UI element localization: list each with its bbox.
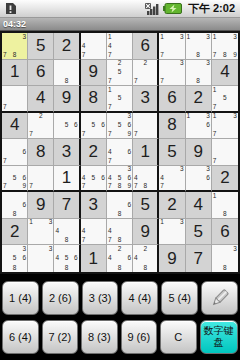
pencil-marks: 3568 [2, 245, 27, 272]
pencil-mark: 3 [127, 113, 131, 120]
pencil-mark: 1 [213, 34, 217, 41]
cell-value: 3 [133, 86, 157, 111]
pencil-mark: 7 [160, 52, 164, 59]
key-3[interactable]: 3 (3) [82, 281, 119, 315]
key-8[interactable]: 8 (3) [81, 320, 118, 354]
pencil-marks: 157 [107, 86, 132, 111]
pencil-marks: 35679 [107, 113, 132, 139]
pencil-mark: 6 [74, 122, 78, 129]
cell-r3c5[interactable]: 157 [107, 86, 133, 113]
cell-value: 7 [54, 192, 78, 218]
cell-r1c1[interactable]: 378 [2, 33, 28, 60]
cell-r8c7[interactable]: 13 [159, 219, 185, 246]
pencil-marks: 378 [2, 33, 27, 59]
cell-value: 6 [133, 33, 157, 59]
cell-value: 5 [186, 219, 211, 245]
pencil-mark: 8 [223, 211, 227, 218]
pencil-mark: 3 [233, 113, 237, 120]
pencil-mark: 7 [3, 183, 7, 190]
pencil-mode-button[interactable] [201, 281, 238, 315]
cell-r1c7[interactable]: 137 [159, 33, 185, 60]
key-4[interactable]: 4 (4) [121, 281, 158, 315]
pencil-mark: 8 [118, 265, 122, 272]
cell-r4c4[interactable]: 567 [81, 113, 107, 140]
cell-r2c6[interactable]: 27 [133, 60, 159, 87]
cell-r1c9[interactable]: 13789 [212, 33, 238, 60]
cell-r1c5[interactable]: 147 [107, 33, 133, 60]
key-5[interactable]: 5 (4) [161, 281, 198, 315]
pencil-mark: 5 [13, 175, 17, 182]
cell-r5c4[interactable]: 2 [81, 139, 107, 166]
pencil-mark: 5 [65, 122, 69, 129]
pencil-marks: 4567 [81, 166, 106, 191]
cell-value: 2 [2, 219, 27, 245]
cell-r7c2[interactable]: 9 [28, 192, 54, 219]
cell-value: 1 [133, 139, 157, 165]
key-2[interactable]: 2 (6) [42, 281, 79, 315]
pencil-mark: 6 [23, 149, 27, 156]
cell-r3c7[interactable]: 6 [159, 86, 185, 113]
pencil-mark: 7 [82, 52, 86, 59]
cell-r2c8[interactable]: 38 [186, 60, 212, 87]
cell-value: 1 [2, 60, 27, 86]
pencil-mark: 8 [13, 265, 17, 272]
pencil-mark: 7 [213, 158, 217, 165]
pencil-marks: 7 [28, 166, 53, 191]
pencil-mark: 3 [180, 34, 184, 41]
pencil-mark: 5 [91, 122, 95, 129]
pencil-marks: 347 [159, 166, 184, 191]
pencil-marks: 7 [2, 86, 27, 111]
pencil-mark: 1 [187, 34, 191, 41]
pencil-mark: 7 [213, 104, 217, 111]
pencil-mark: 5 [13, 255, 17, 262]
cell-r6c5[interactable]: 3456789 [107, 166, 133, 193]
cell-r6c8[interactable]: 36 [186, 166, 212, 193]
pencil-mark: 9 [23, 183, 27, 190]
pencil-icon [209, 287, 231, 309]
cell-r8c6[interactable]: 9 [133, 219, 159, 246]
pencil-mark: 1 [213, 87, 217, 94]
cell-value: 5 [28, 33, 53, 59]
key-6[interactable]: 6 (4) [2, 320, 39, 354]
pencil-marks: 36 [186, 166, 211, 191]
pencil-mark: 4 [55, 228, 59, 235]
pencil-mark: 8 [223, 52, 227, 59]
pencil-mark: 6 [101, 175, 105, 182]
pencil-marks: 136 [186, 113, 211, 139]
cell-r8c1[interactable]: 2 [2, 219, 28, 246]
cell-value: 6 [159, 86, 184, 111]
pencil-mark: 1 [108, 34, 112, 41]
cell-r1c2[interactable]: 5 [28, 33, 54, 60]
cell-r2c2[interactable]: 6 [28, 60, 54, 87]
cell-r5c6[interactable]: 1 [133, 139, 159, 166]
pencil-mark: 2 [118, 246, 122, 253]
cell-r8c8[interactable]: 5 [186, 219, 212, 246]
cell-r4c5[interactable]: 35679 [107, 113, 133, 140]
key-7[interactable]: 7 (2) [42, 320, 79, 354]
pencil-mark: 7 [29, 131, 33, 138]
pencil-mark: 7 [3, 52, 7, 59]
pencil-mark: 6 [23, 175, 27, 182]
cell-r6c7[interactable]: 347 [159, 166, 185, 193]
cell-r4c7[interactable]: 8 [159, 113, 185, 140]
pencil-mark: 2 [39, 113, 43, 120]
cell-r5c7[interactable]: 5 [159, 139, 185, 166]
cell-r4c3[interactable]: 56 [54, 113, 80, 140]
pencil-mark: 3 [49, 219, 53, 226]
cell-r3c2[interactable]: 4 [28, 86, 54, 113]
cell-value: 2 [81, 139, 106, 165]
cell-value: 5 [133, 192, 157, 218]
cell-value: 9 [186, 139, 211, 165]
keypad-row-2: 6 (4) 7 (2) 8 (3) 9 (6) C 数字键盘 [2, 320, 238, 354]
elapsed-timer: 04:32 [0, 19, 26, 29]
pencil-marks: 137 [212, 113, 238, 139]
cell-r1c3[interactable]: 2 [54, 33, 80, 60]
pencil-mark: 8 [196, 78, 200, 85]
pencil-mark: 7 [160, 78, 164, 85]
cell-r3c4[interactable]: 8 [81, 86, 107, 113]
cell-value: 9 [133, 219, 157, 245]
pencil-mark: 3 [206, 166, 210, 173]
cell-r3c6[interactable]: 3 [133, 86, 159, 113]
cell-r9c1[interactable]: 3568 [2, 245, 28, 272]
number-keypad: 1 (4) 2 (6) 3 (3) 4 (4) 5 (4) 6 (4) 7 (2… [0, 274, 240, 354]
pencil-marks: 8 [54, 60, 78, 86]
cell-value: 2 [186, 86, 211, 111]
pencil-marks: 67 [2, 139, 27, 165]
pencil-mark: 8 [65, 78, 69, 85]
cell-r9c4[interactable]: 1 [81, 245, 107, 272]
pencil-mark: 7 [108, 183, 112, 190]
cell-r5c9[interactable]: 7 [212, 139, 238, 166]
pencil-mark: 9 [127, 131, 131, 138]
pencil-marks: 68 [107, 192, 132, 218]
cell-value: 6 [212, 219, 238, 245]
pencil-mark: 5 [118, 69, 122, 76]
pencil-mark: 6 [127, 255, 131, 262]
cell-r8c9[interactable]: 6 [212, 219, 238, 246]
status-clock: 下午 2:02 [188, 1, 235, 16]
pencil-mark: 7 [108, 158, 112, 165]
cell-value: 2 [54, 33, 78, 59]
pencil-mark: 7 [134, 78, 138, 85]
cell-value: 9 [28, 192, 53, 218]
battery-charging-icon [163, 3, 182, 14]
key-9[interactable]: 9 (6) [121, 320, 158, 354]
cell-r2c4[interactable]: 9 [81, 60, 107, 87]
pencil-mark: 8 [13, 52, 17, 59]
pencil-marks: 13 [28, 219, 53, 245]
cell-r9c3[interactable]: 4568 [54, 245, 80, 272]
pencil-mark: 6 [206, 175, 210, 182]
pencil-mark: 7 [160, 183, 164, 190]
cell-r4c9[interactable]: 137 [212, 113, 238, 140]
pencil-mark: 7 [3, 104, 7, 111]
cell-value: 9 [54, 86, 78, 111]
pencil-mark: 6 [127, 122, 131, 129]
pencil-mark: 8 [13, 211, 17, 218]
pencil-mark: 7 [108, 237, 112, 244]
cell-r8c5[interactable]: 478 [107, 219, 133, 246]
cell-value: 7 [186, 245, 211, 272]
cell-value: 2 [212, 166, 238, 191]
pencil-mark: 6 [74, 255, 78, 262]
pencil-mark: 4 [82, 43, 86, 50]
cell-value: 4 [212, 60, 238, 86]
pencil-mark: 4 [134, 175, 138, 182]
game-timer-bar: 04:32 [0, 18, 240, 31]
pencil-mark: 7 [108, 131, 112, 138]
pencil-marks: 68 [2, 192, 27, 218]
pencil-mark: 4 [108, 228, 112, 235]
cell-value: 2 [159, 192, 184, 218]
cell-r6c3[interactable]: 1 [54, 166, 80, 193]
cell-r6c1[interactable]: 5679 [2, 166, 28, 193]
cell-r5c1[interactable]: 67 [2, 139, 28, 166]
cell-r6c2[interactable]: 7 [28, 166, 54, 193]
cell-r5c2[interactable]: 8 [28, 139, 54, 166]
cell-r7c6[interactable]: 5 [133, 192, 159, 219]
cell-r9c6[interactable]: 248 [133, 245, 159, 272]
pencil-marks: 157 [212, 86, 238, 111]
cell-r2c1[interactable]: 1 [2, 60, 28, 87]
cell-r3c9[interactable]: 157 [212, 86, 238, 113]
cell-value: 5 [159, 139, 184, 165]
pencil-mark: 1 [213, 113, 217, 120]
pencil-mark: 1 [160, 219, 164, 226]
pencil-marks: 38 [186, 60, 211, 86]
cell-r1c4[interactable]: 47 [81, 33, 107, 60]
pencil-mark: 4 [160, 175, 164, 182]
pencil-mark: 4 [82, 228, 86, 235]
cell-r7c7[interactable]: 2 [159, 192, 185, 219]
cell-r6c9[interactable]: 2 [212, 166, 238, 193]
pencil-mark: 8 [65, 265, 69, 272]
cell-r2c3[interactable]: 8 [54, 60, 80, 87]
cell-r7c1[interactable]: 68 [2, 192, 28, 219]
pencil-mark: 8 [118, 237, 122, 244]
cell-value: 8 [159, 113, 184, 139]
key-clear[interactable]: C [160, 320, 197, 354]
pencil-mark: 3 [127, 166, 131, 173]
pencil-mark: 7 [213, 52, 217, 59]
pencil-mark: 5 [118, 95, 122, 102]
pencil-marks: 4568 [54, 245, 78, 272]
cell-r7c8[interactable]: 4 [186, 192, 212, 219]
pencil-mark: 3 [23, 34, 27, 41]
pencil-marks: 7 [133, 113, 157, 139]
cell-r1c6[interactable]: 6 [133, 33, 159, 60]
pencil-mark: 1 [108, 87, 112, 94]
cell-value: 4 [2, 113, 27, 139]
pencil-mark: 7 [82, 131, 86, 138]
pencil-marks: 138 [186, 33, 211, 59]
pencil-mark: 4 [134, 255, 138, 262]
pencil-mark: 8 [65, 237, 69, 244]
cell-r9c8[interactable]: 7 [186, 245, 212, 272]
pencil-mark: 7 [82, 237, 86, 244]
pencil-marks: 478 [107, 219, 132, 245]
pencil-mark: 2 [143, 246, 147, 253]
pencil-mark: 1 [29, 219, 33, 226]
cell-value: 4 [28, 86, 53, 111]
pencil-mark: 3 [23, 246, 27, 253]
pencil-marks: 3 [28, 245, 53, 272]
cell-r9c2[interactable]: 3 [28, 245, 54, 272]
pencil-mark: 1 [160, 34, 164, 41]
pencil-mark: 3 [49, 246, 53, 253]
pencil-mark: 4 [108, 175, 112, 182]
pencil-mark: 5 [118, 175, 122, 182]
pencil-marks: 478 [133, 166, 157, 191]
pencil-mark: 7 [134, 183, 138, 190]
pencil-marks: 48 [54, 219, 78, 245]
pencil-marks: 137 [159, 33, 184, 59]
cell-value: 9 [81, 60, 106, 86]
cell-value: 8 [81, 86, 106, 111]
cell-value: 8 [28, 139, 53, 165]
pencil-mark: 8 [143, 265, 147, 272]
cell-r9c9[interactable]: 38 [212, 245, 238, 272]
cell-r5c3[interactable]: 3 [54, 139, 80, 166]
pencil-mark: 7 [213, 131, 217, 138]
cell-r3c3[interactable]: 9 [54, 86, 80, 113]
cell-r4c8[interactable]: 136 [186, 113, 212, 140]
cell-r1c8[interactable]: 138 [186, 33, 212, 60]
cell-r8c2[interactable]: 13 [28, 219, 54, 246]
pencil-marks: 2468 [107, 245, 132, 272]
pencil-mark: 3 [233, 246, 237, 253]
pencil-mark: 5 [223, 95, 227, 102]
cell-value: 1 [81, 245, 106, 272]
pencil-mark: 5 [118, 122, 122, 129]
pencil-marks: 5679 [2, 166, 27, 191]
pencil-mark: 3 [233, 34, 237, 41]
sd-card-notification-icon [4, 2, 17, 15]
pencil-mark: 7 [108, 78, 112, 85]
pencil-marks: 47 [81, 219, 106, 245]
cell-r9c5[interactable]: 2468 [107, 245, 133, 272]
pencil-mark: 4 [108, 149, 112, 156]
pencil-mark: 7 [29, 183, 33, 190]
pencil-mark: 6 [23, 202, 27, 209]
pencil-mark: 8 [118, 183, 122, 190]
pencil-mark: 4 [55, 255, 59, 262]
pencil-marks: 147 [107, 33, 132, 59]
cell-r3c8[interactable]: 2 [186, 86, 212, 113]
pencil-marks: 38 [212, 245, 238, 272]
numpad-toggle-button[interactable]: 数字键盘 [200, 320, 239, 354]
pencil-mark: 6 [23, 255, 27, 262]
status-bar: 下午 2:02 [0, 0, 240, 18]
pencil-mark: 8 [118, 211, 122, 218]
pencil-marks: 18 [212, 192, 238, 218]
pencil-mark: 3 [206, 60, 210, 67]
pencil-mark: 7 [134, 131, 138, 138]
pencil-mark: 6 [206, 122, 210, 129]
cell-value-user: 1 [54, 166, 78, 191]
pencil-mark: 8 [223, 265, 227, 272]
cell-value: 3 [54, 139, 78, 165]
pencil-marks: 248 [133, 245, 157, 272]
pencil-mark: 3 [180, 219, 184, 226]
pencil-mark: 6 [127, 149, 131, 156]
pencil-marks: 27 [28, 113, 53, 139]
pencil-mark: 4 [108, 43, 112, 50]
pencil-mark: 5 [65, 255, 69, 262]
cell-r6c6[interactable]: 478 [133, 166, 159, 193]
pencil-marks: 7 [212, 139, 238, 165]
cell-r7c9[interactable]: 18 [212, 192, 238, 219]
cell-value: 6 [28, 60, 53, 86]
pencil-mark: 3 [206, 113, 210, 120]
pencil-mark: 8 [143, 183, 147, 190]
keypad-row-1: 1 (4) 2 (6) 3 (3) 4 (4) 5 (4) [2, 281, 238, 315]
cell-r5c8[interactable]: 9 [186, 139, 212, 166]
pencil-mark: 1 [187, 113, 191, 120]
pencil-marks: 467 [107, 139, 132, 165]
pencil-marks: 56 [54, 113, 78, 139]
cell-r4c6[interactable]: 7 [133, 113, 159, 140]
pencil-mark: 9 [233, 52, 237, 59]
cell-r7c4[interactable]: 3 [81, 192, 107, 219]
pencil-marks: 13789 [212, 33, 238, 59]
pencil-mark: 3 [180, 166, 184, 173]
cell-value: 4 [186, 192, 211, 218]
pencil-mark: 6 [127, 175, 131, 182]
cell-r8c4[interactable]: 47 [81, 219, 107, 246]
cell-r6c4[interactable]: 4567 [81, 166, 107, 193]
pencil-marks: 257 [107, 60, 132, 86]
pencil-marks: 47 [81, 33, 106, 59]
cell-r7c3[interactable]: 7 [54, 192, 80, 219]
pencil-marks: 3456789 [107, 166, 132, 191]
pencil-mark: 1 [213, 193, 217, 200]
cell-value: 3 [81, 192, 106, 218]
pencil-mark: 2 [143, 60, 147, 67]
cell-r2c7[interactable]: 37 [159, 60, 185, 87]
pencil-mark: 7 [82, 183, 86, 190]
pencil-mark: 7 [108, 104, 112, 111]
cell-r4c1[interactable]: 4 [2, 113, 28, 140]
pencil-mark: 6 [101, 122, 105, 129]
pencil-mark: 7 [3, 158, 7, 165]
sudoku-board: 3785247147613713813789168925727373847498… [0, 31, 240, 274]
cell-r3c1[interactable]: 7 [2, 86, 28, 113]
pencil-mark: 7 [108, 52, 112, 59]
pencil-mark: 3 [206, 34, 210, 41]
pencil-mark: 3 [180, 60, 184, 67]
cell-r5c5[interactable]: 467 [107, 139, 133, 166]
cell-r8c3[interactable]: 48 [54, 219, 80, 246]
cell-r4c2[interactable]: 27 [28, 113, 54, 140]
cell-r2c9[interactable]: 4 [212, 60, 238, 87]
key-1[interactable]: 1 (4) [2, 281, 39, 315]
pencil-mark: 5 [91, 175, 95, 182]
pencil-marks: 13 [159, 219, 184, 245]
pencil-marks: 27 [133, 60, 157, 86]
cell-r9c7[interactable]: 9 [159, 245, 185, 272]
pencil-mark: 2 [118, 60, 122, 67]
pencil-mark: 8 [196, 52, 200, 59]
cell-r7c5[interactable]: 68 [107, 192, 133, 219]
cell-r2c5[interactable]: 257 [107, 60, 133, 87]
pencil-marks: 567 [81, 113, 106, 139]
no-signal-icon [145, 3, 159, 15]
